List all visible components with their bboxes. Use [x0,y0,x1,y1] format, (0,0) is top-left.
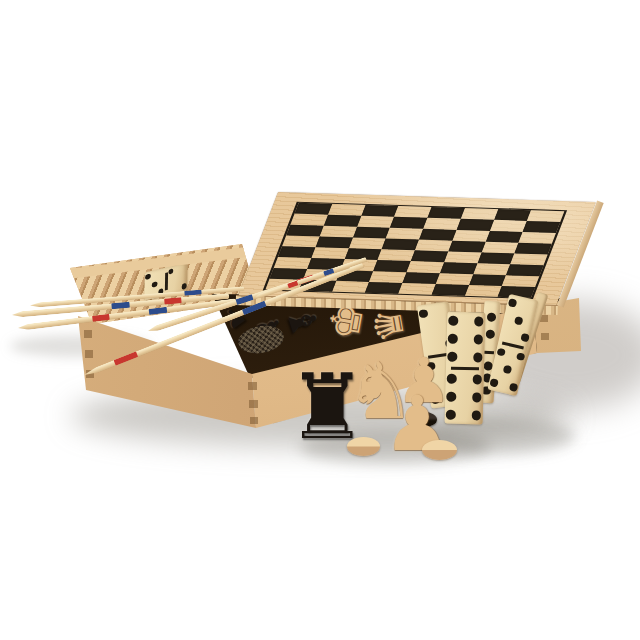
natural-checker [422,440,457,460]
domino-pip [145,273,150,280]
finger-joint [249,400,258,408]
domino-pip [520,333,529,342]
domino-pip [181,283,186,290]
finger-joint [250,417,258,424]
domino-pip [472,374,482,384]
domino-pip [509,382,518,391]
domino-pip [152,281,157,288]
domino-pip [448,334,458,344]
domino-pip [489,378,498,387]
board-cell [365,282,402,294]
domino-pip [473,335,483,345]
board-cell [431,284,468,296]
domino-pip [503,365,512,374]
board-cell [398,283,435,295]
finger-joint [248,382,257,390]
domino-pip [472,392,482,402]
domino-pip [514,316,523,325]
domino-pip [168,268,173,275]
finger-joint [84,330,92,338]
domino-pip [516,352,525,361]
domino-pip [497,347,506,356]
domino-pip [487,313,496,322]
domino-pip [486,329,495,338]
finger-joint [85,350,93,358]
domino-pip [471,410,481,420]
domino-pip [419,309,428,318]
natural-checker [347,437,380,456]
games-box-scene: ♚ ♝ ♟ ♛ ♜ ♞ ♝ ♟ ♟ [0,0,640,640]
domino-pip [508,298,517,307]
board-cell [465,285,502,297]
board-cell [332,281,369,293]
domino-pip [474,317,484,327]
domino-pip [449,316,459,326]
chessboard-lid [238,192,596,306]
finger-joint [541,333,549,340]
domino-pip [473,353,483,363]
